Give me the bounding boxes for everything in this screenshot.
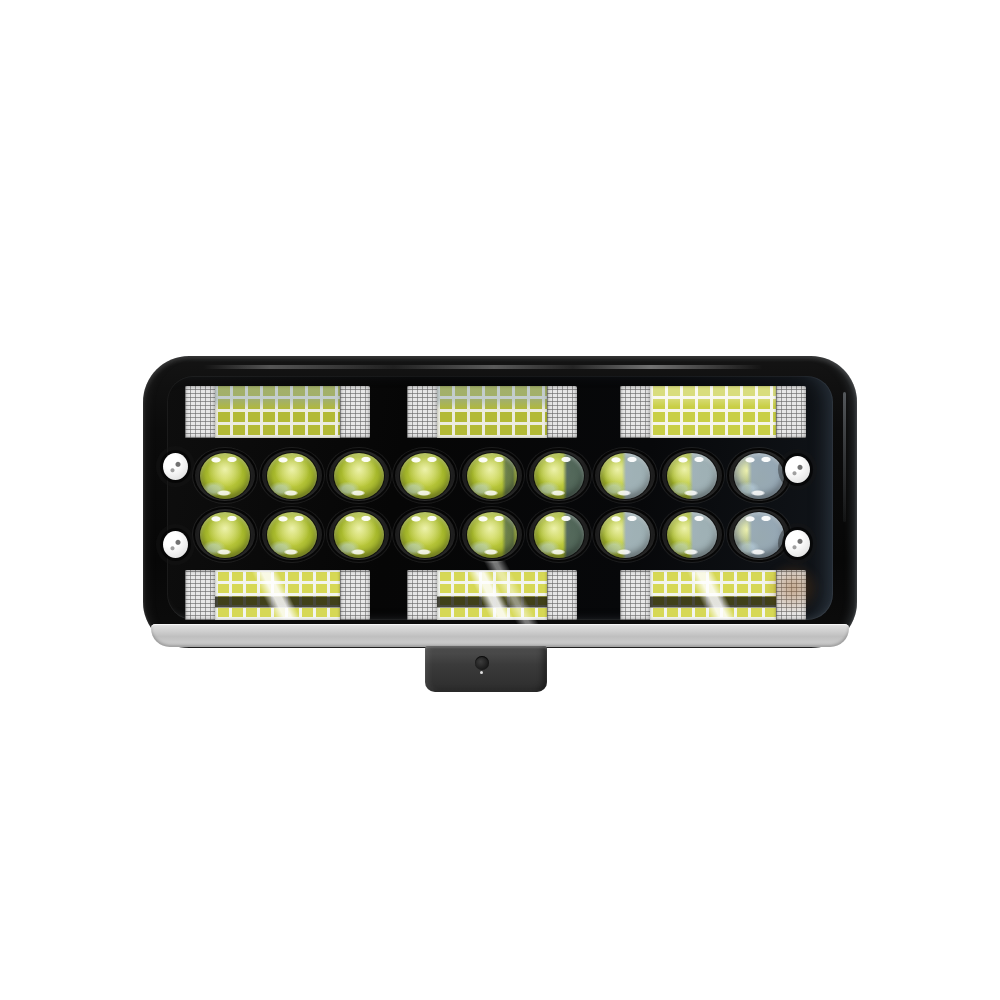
- lens-socket: [327, 448, 391, 503]
- lens-ball: [467, 453, 517, 499]
- lens-ball: [600, 512, 650, 558]
- lens-socket: [593, 448, 657, 503]
- lens-ball: [400, 453, 450, 499]
- led-lens: [192, 505, 259, 564]
- lens-highlight: [734, 512, 784, 558]
- led-chip-grid: [650, 570, 776, 620]
- lens-highlight: [667, 453, 717, 499]
- lens-socket: [193, 448, 257, 503]
- lens-ball: [267, 512, 317, 558]
- mount-hole-top-left: [163, 453, 188, 480]
- lens-socket: [593, 507, 657, 562]
- lens-ball: [734, 512, 784, 558]
- lens-highlight: [600, 512, 650, 558]
- lens-socket: [327, 507, 391, 562]
- reflector-knurl: [340, 386, 370, 438]
- led-lens: [325, 446, 392, 505]
- led-lens: [459, 446, 526, 505]
- mount-hole-top-right: [785, 456, 810, 483]
- led-chip-grid: [650, 386, 776, 438]
- smd-panel-bottom-right: [620, 570, 806, 620]
- lens-socket: [393, 507, 457, 562]
- led-lens: [259, 505, 326, 564]
- lens-ball: [400, 512, 450, 558]
- lens-highlight: [467, 453, 517, 499]
- lens-ball: [534, 512, 584, 558]
- reflector-knurl: [547, 386, 577, 438]
- led-lens: [659, 446, 726, 505]
- lens-socket: [727, 507, 791, 562]
- lens-ball: [667, 512, 717, 558]
- reflector-knurl: [185, 386, 215, 438]
- reflector-knurl: [776, 570, 806, 620]
- reflector-knurl: [620, 386, 650, 438]
- led-lens: [525, 446, 592, 505]
- lens-ball: [200, 453, 250, 499]
- mount-hole-bottom-left: [163, 531, 188, 558]
- bottom-bezel-strip: [151, 624, 849, 647]
- led-work-light: [143, 356, 857, 696]
- lens-socket: [727, 448, 791, 503]
- led-chip-grid: [215, 570, 340, 620]
- lens-grid: [192, 446, 792, 564]
- smd-panel-top-center: [407, 386, 577, 438]
- lens-socket: [660, 507, 724, 562]
- led-lens: [192, 446, 259, 505]
- led-lens: [459, 505, 526, 564]
- lens-socket: [460, 448, 524, 503]
- mounting-bracket: [425, 646, 547, 692]
- lens-ball: [200, 512, 250, 558]
- led-lens: [659, 505, 726, 564]
- lens-highlight: [400, 453, 450, 499]
- reflector-knurl: [620, 570, 650, 620]
- lens-highlight: [600, 453, 650, 499]
- lens-socket: [460, 507, 524, 562]
- led-chip-grid: [437, 570, 547, 620]
- lens-highlight: [534, 453, 584, 499]
- led-lens: [392, 446, 459, 505]
- smd-panel-top-left: [185, 386, 370, 438]
- led-lens: [592, 446, 659, 505]
- lens-highlight: [200, 453, 250, 499]
- led-lens: [325, 505, 392, 564]
- lens-ball: [334, 512, 384, 558]
- led-lens: [525, 505, 592, 564]
- lens-socket: [660, 448, 724, 503]
- bracket-screw: [475, 656, 489, 670]
- reflector-knurl: [407, 570, 437, 620]
- product-photo-canvas: [0, 0, 1000, 1000]
- lens-ball: [534, 453, 584, 499]
- reflector-knurl: [407, 386, 437, 438]
- lens-ball: [667, 453, 717, 499]
- lens-highlight: [334, 453, 384, 499]
- lens-socket: [393, 448, 457, 503]
- lens-socket: [527, 507, 591, 562]
- lens-socket: [260, 448, 324, 503]
- housing-gloss-reflection: [203, 365, 763, 369]
- lens-highlight: [534, 512, 584, 558]
- led-lens: [725, 446, 792, 505]
- lens-highlight: [267, 453, 317, 499]
- lens-highlight: [734, 453, 784, 499]
- smd-panel-bottom-center: [407, 570, 577, 620]
- smd-panel-bottom-left: [185, 570, 370, 620]
- reflector-knurl: [547, 570, 577, 620]
- lens-highlight: [667, 512, 717, 558]
- lens-socket: [193, 507, 257, 562]
- led-lens: [592, 505, 659, 564]
- lens-socket: [527, 448, 591, 503]
- lens-highlight: [467, 512, 517, 558]
- lamp-housing: [143, 356, 857, 648]
- reflector-knurl: [185, 570, 215, 620]
- lens-highlight: [400, 512, 450, 558]
- lens-socket: [260, 507, 324, 562]
- lens-ball: [467, 512, 517, 558]
- led-lens: [259, 446, 326, 505]
- led-chip-grid: [437, 386, 547, 438]
- led-lens: [725, 505, 792, 564]
- smd-panel-top-right: [620, 386, 806, 438]
- lens-highlight: [200, 512, 250, 558]
- lens-ball: [734, 453, 784, 499]
- reflector-knurl: [776, 386, 806, 438]
- lens-highlight: [334, 512, 384, 558]
- reflector-knurl: [340, 570, 370, 620]
- lens-highlight: [267, 512, 317, 558]
- led-chip-grid: [215, 386, 340, 438]
- lens-ball: [334, 453, 384, 499]
- lens-ball: [600, 453, 650, 499]
- led-lens: [392, 505, 459, 564]
- lens-ball: [267, 453, 317, 499]
- mount-hole-bottom-right: [785, 530, 810, 557]
